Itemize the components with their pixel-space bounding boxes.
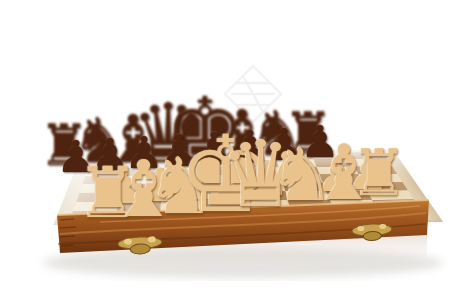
- chess-photo-stage: ♜♞♝♛♚♝♞♜♟♟♟♟♟♟♟♟♟♟♟♟♟♟♟♟♜♝♞♚♛♞♝♜: [0, 0, 450, 300]
- white-rook-h1: ♜: [350, 149, 407, 199]
